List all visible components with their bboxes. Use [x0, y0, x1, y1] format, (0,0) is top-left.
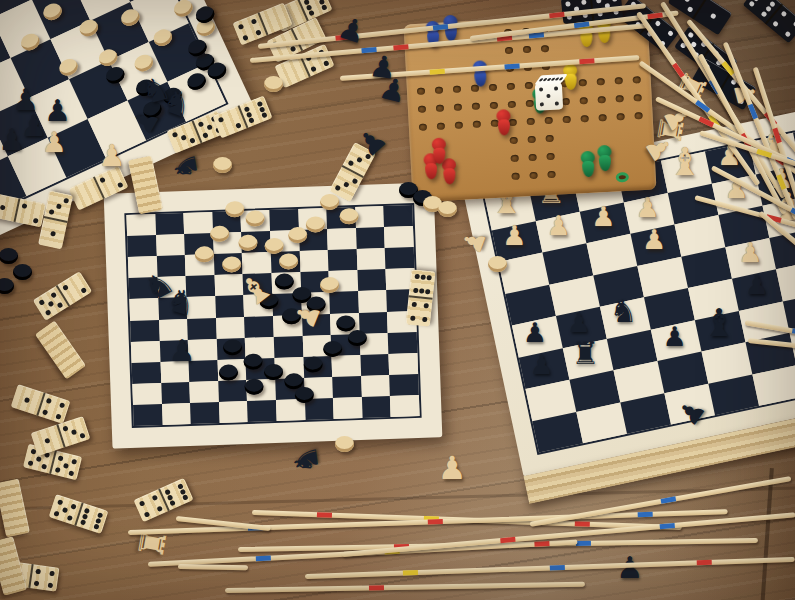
- wood-domino: [133, 478, 193, 522]
- peg-hole: [633, 94, 641, 101]
- peg-hole: [541, 45, 549, 52]
- peg-hole: [598, 114, 606, 121]
- dark-square: [384, 205, 413, 227]
- checkers-disc-black: [13, 264, 32, 280]
- black-knight-piece: ♞: [169, 151, 203, 183]
- peg-hole: [436, 105, 444, 112]
- peg-hole: [454, 104, 462, 111]
- peg-hole: [455, 122, 463, 129]
- white-pawn-piece: ♟: [591, 203, 615, 230]
- light-square: [299, 250, 328, 272]
- light-square: [327, 228, 356, 250]
- stick-stripe-b: [660, 496, 676, 504]
- dark-square: [274, 336, 303, 358]
- domino-half-4: [405, 298, 432, 327]
- peg-hole: [418, 105, 426, 112]
- white-pawn-piece: ♟: [636, 194, 660, 221]
- white-pawn-piece: ♟: [99, 141, 126, 171]
- dark-square: [328, 249, 357, 271]
- black-pawn-piece: ♟: [617, 553, 644, 583]
- dark-square: [357, 269, 386, 291]
- stick-stripe-y: [403, 570, 418, 576]
- stick-stripe-r: [316, 512, 331, 518]
- domino-half-5: [48, 450, 81, 480]
- domino-half-4: [27, 564, 59, 592]
- checkers-disc-wood: [488, 256, 507, 272]
- stick-stripe-r: [534, 541, 549, 547]
- checkers-disc-wood: [238, 235, 258, 252]
- light-square: [361, 375, 390, 397]
- checkers-disc-wood: [278, 253, 298, 270]
- mikado-stick: [305, 557, 795, 579]
- white-pawn-piece: ♟: [438, 452, 467, 484]
- stick-stripe-b: [550, 565, 565, 571]
- peg-hole: [510, 155, 518, 162]
- dark-square: [385, 247, 414, 269]
- checkers-disc-black: [0, 248, 18, 264]
- white-pawn-piece: ♟: [546, 213, 570, 240]
- peg-body: [433, 148, 446, 165]
- black-pawn-piece: ♟: [376, 73, 409, 109]
- stick-stripe-b: [576, 541, 591, 546]
- black-pawn-piece: ♟: [169, 336, 196, 366]
- dark-square: [329, 291, 358, 313]
- checkers-disc-black: [0, 278, 14, 294]
- peg-hole: [580, 97, 588, 104]
- black-domino: [743, 0, 795, 43]
- mikado-stick: [225, 582, 585, 593]
- light-square: [357, 248, 386, 270]
- light-square: [333, 397, 362, 419]
- peg-hole: [529, 172, 537, 179]
- peg-hole: [507, 83, 515, 90]
- dark-square: [332, 376, 361, 398]
- stick-stripe-r: [697, 560, 712, 566]
- wood-domino: [405, 269, 435, 326]
- black-bishop-piece: ♝: [702, 305, 736, 343]
- black-pawn-piece: ♟: [745, 272, 769, 299]
- peg-hole: [634, 112, 642, 119]
- light-square: [219, 401, 248, 423]
- black-pawn-piece: ♟: [44, 96, 71, 126]
- stick-stripe-r: [579, 58, 594, 64]
- checkers-disc-wood: [339, 208, 359, 225]
- black-pawn-piece: ♟: [523, 319, 547, 346]
- stick-stripe-b: [504, 63, 519, 69]
- checkers-disc-wood: [319, 277, 339, 294]
- checkers-disc-wood: [264, 76, 283, 92]
- die-front-face: [537, 84, 561, 108]
- dark-square: [132, 362, 161, 384]
- start-hole: [616, 172, 630, 183]
- light-square: [389, 353, 418, 375]
- peg-hole: [473, 121, 481, 128]
- checkers-disc-wood: [224, 201, 244, 218]
- ludo-peg-red: [430, 137, 447, 167]
- checkers-disc-wood: [335, 436, 354, 452]
- black-pawn-piece: ♟: [529, 351, 553, 378]
- dark-square: [244, 316, 273, 338]
- stick-stripe-b: [638, 512, 653, 518]
- peg-body: [443, 168, 456, 185]
- peg-hole: [545, 117, 553, 124]
- peg-hole: [563, 116, 571, 123]
- light-square: [126, 214, 155, 236]
- peg-hole: [453, 86, 461, 93]
- ludo-peg-green: [579, 151, 596, 181]
- ludo-peg-blue: [472, 60, 489, 90]
- light-square: [355, 206, 384, 228]
- ludo-peg-green: [596, 145, 613, 175]
- peg-hole: [545, 135, 553, 142]
- peg-hole: [490, 102, 498, 109]
- peg-hole: [528, 154, 536, 161]
- stick-stripe-b: [255, 556, 270, 562]
- domino-half-3: [43, 191, 72, 224]
- dark-square: [359, 312, 388, 334]
- light-square: [156, 234, 185, 256]
- wood-domino: [48, 494, 108, 534]
- light-square: [332, 355, 361, 377]
- light-square: [184, 212, 213, 234]
- black-rook-piece: ♜: [572, 339, 600, 370]
- peg-hole: [419, 123, 427, 130]
- black-pawn-piece: ♟: [663, 323, 687, 350]
- checkers-disc-wood: [264, 238, 284, 255]
- peg-hole: [511, 173, 519, 180]
- peg-hole: [417, 87, 425, 94]
- stick-stripe-r: [574, 521, 589, 527]
- domino-half-4: [35, 392, 70, 424]
- checkers-disc-wood: [438, 201, 457, 217]
- dark-square: [218, 380, 247, 402]
- white-pawn-piece: ♟: [738, 240, 762, 267]
- checkers-disc-black: [274, 273, 294, 290]
- dark-square: [388, 332, 417, 354]
- dark-square: [133, 404, 162, 426]
- dark-square: [161, 382, 190, 404]
- peg-body: [599, 155, 612, 172]
- peg-hole: [435, 87, 443, 94]
- dark-square: [215, 295, 244, 317]
- peg-hole: [579, 79, 587, 86]
- wood-domino: [32, 271, 91, 320]
- checkers-disc-black: [218, 364, 238, 381]
- checkers-disc-black: [347, 330, 367, 347]
- checkers-disc-black: [243, 353, 263, 370]
- checkers-disc-black: [322, 341, 342, 358]
- checkers-disc-wood: [221, 256, 241, 273]
- light-square: [384, 226, 413, 248]
- dark-square: [247, 400, 276, 422]
- dark-square: [356, 227, 385, 249]
- black-pawn-piece: ♟: [567, 310, 591, 337]
- checkers-disc-black: [336, 315, 356, 332]
- checkers-disc-wood: [194, 246, 214, 263]
- light-square: [189, 381, 218, 403]
- black-knight-piece: ♞: [288, 443, 324, 476]
- dark-square: [130, 319, 159, 341]
- black-knight-piece: ♞: [610, 297, 638, 328]
- peg-hole: [523, 46, 531, 53]
- checkers-disc-wood: [305, 216, 325, 233]
- draughts-board-center: ♞♞♟♝♟: [104, 182, 443, 448]
- light-square: [358, 290, 387, 312]
- checkers-disc-black: [294, 387, 314, 404]
- peg-hole: [437, 122, 445, 129]
- dark-square: [390, 374, 419, 396]
- checkers-disc-black: [303, 356, 323, 373]
- dark-square: [190, 402, 219, 424]
- wood-domino: [10, 384, 70, 424]
- checkers-disc-wood: [245, 210, 265, 227]
- light-square: [131, 341, 160, 363]
- black-pawn-piece: ♟: [335, 12, 370, 49]
- peg-hole: [616, 113, 624, 120]
- checkers-disc-wood: [209, 226, 229, 243]
- mikado-stick: [178, 564, 248, 570]
- peg-hole: [633, 76, 641, 83]
- peg-hole: [505, 47, 513, 54]
- checkers-disc-black: [244, 378, 264, 395]
- domino-side-view: [34, 321, 85, 380]
- board-games-photo: ♟♟♞♞♟♞♞♟♝♟♝♜♟♝♟♝♟♟♟♟♟♟♜♟♝♟♝♟♟♞♟♟♜♟♝♟♟♜♟♟…: [0, 0, 795, 600]
- peg-body: [582, 161, 595, 178]
- domino-half-1: [38, 218, 67, 249]
- dark-square: [155, 213, 184, 235]
- peg-hole: [615, 77, 623, 84]
- peg-hole: [546, 153, 554, 160]
- light-square: [132, 383, 161, 405]
- peg-hole: [598, 96, 606, 103]
- peg-body: [474, 70, 487, 87]
- peg-body: [498, 119, 511, 136]
- die-showing-6: [535, 82, 563, 110]
- stick-stripe-r: [369, 585, 384, 590]
- peg-hole: [489, 84, 497, 91]
- stick-stripe-y: [430, 69, 445, 75]
- checkers-disc-black: [222, 339, 242, 356]
- dark-square: [360, 354, 389, 376]
- peg-hole: [547, 171, 555, 178]
- peg-hole: [597, 78, 605, 85]
- ludo-peg-red: [495, 109, 512, 139]
- checkers-disc-wood: [319, 194, 339, 211]
- white-pawn-piece: ♟: [41, 129, 66, 157]
- domino-half-6: [408, 269, 435, 300]
- light-square: [216, 316, 245, 338]
- peg-hole: [508, 101, 516, 108]
- light-square: [162, 403, 191, 425]
- white-pawn-piece: ♟: [502, 222, 526, 249]
- checkers-disc-wood: [287, 227, 307, 244]
- peg-hole: [616, 95, 624, 102]
- light-square: [390, 395, 419, 417]
- dark-square: [127, 235, 156, 257]
- white-pawn-piece: ♟: [642, 226, 666, 253]
- peg-hole: [528, 136, 536, 143]
- peg-hole: [527, 118, 535, 125]
- peg-hole: [581, 115, 589, 122]
- peg-hole: [472, 103, 480, 110]
- dark-square: [362, 396, 391, 418]
- stick-stripe-r: [428, 519, 443, 525]
- checkers-disc-wood: [213, 157, 232, 173]
- checkers-disc-black: [263, 364, 283, 381]
